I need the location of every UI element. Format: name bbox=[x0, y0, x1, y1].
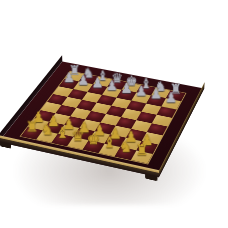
piece-silver-pawn[interactable]: ♟ bbox=[158, 78, 184, 104]
board-foot bbox=[0, 141, 11, 149]
product-photo: Decorative metal chess set on a red and … bbox=[0, 0, 228, 228]
piece-gold-rook[interactable]: ♜ bbox=[128, 129, 156, 157]
square-h1[interactable]: ♜ bbox=[131, 150, 153, 163]
photo-caption: Decorative metal chess set on a red and … bbox=[0, 0, 1, 1]
